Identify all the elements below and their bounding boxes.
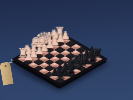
chess-set-product-photo: ♜♟♟♜♞♟♟♞♝♟♟♝♛♟♟♛♚♟♟♚♝♟♟♝♞♟♟♞♜♟♟♜ <box>0 0 133 100</box>
tag-hole <box>4 64 6 66</box>
square-h8: ♜ <box>55 77 66 83</box>
